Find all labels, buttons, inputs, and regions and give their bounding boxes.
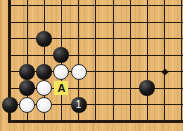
grid-line-horizontal (9, 88, 183, 89)
grid-line-horizontal (9, 71, 183, 72)
move-number-label: 1 (76, 100, 82, 110)
white-stone (19, 97, 35, 113)
grid-line-horizontal (9, 55, 183, 56)
black-stone (139, 80, 155, 96)
black-stone (2, 97, 18, 113)
white-stone (53, 64, 69, 80)
grid-line-horizontal (9, 104, 183, 105)
black-stone (36, 31, 52, 47)
go-board-diagram: A1 (0, 0, 183, 131)
black-stone-move-1: 1 (71, 97, 87, 113)
black-stone (36, 64, 52, 80)
go-board: A1 (0, 0, 183, 131)
grid-line-horizontal (9, 22, 183, 23)
black-stone (19, 64, 35, 80)
point-label-A: A (54, 81, 68, 95)
grid-line-horizontal (9, 5, 183, 6)
board-bottom-edge (8, 120, 183, 123)
star-point (161, 68, 168, 75)
white-stone (71, 64, 87, 80)
white-stone (36, 80, 52, 96)
grid-line-horizontal (9, 38, 183, 39)
white-stone (36, 97, 52, 113)
black-stone (19, 80, 35, 96)
black-stone (53, 47, 69, 63)
